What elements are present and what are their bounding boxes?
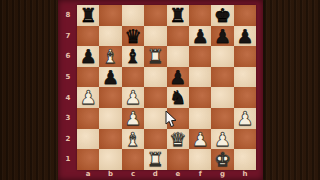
square-e2[interactable]: ♛ bbox=[167, 129, 189, 150]
black-pawn-a6[interactable]: ♟ bbox=[77, 46, 99, 67]
square-c3[interactable]: ♟ bbox=[122, 108, 144, 129]
black-pawn-e5[interactable]: ♟ bbox=[167, 67, 189, 88]
square-d2[interactable] bbox=[144, 129, 166, 150]
app-background: 87654321 ♜♜♚♛♟♟♟♟♝♝♜♟♟♟♟♞♟♟♝♛♟♟♜♚ abcdef… bbox=[0, 0, 320, 180]
rank-labels: 87654321 bbox=[60, 5, 76, 170]
square-b7[interactable] bbox=[99, 26, 121, 47]
square-b5[interactable]: ♟ bbox=[99, 67, 121, 88]
square-c5[interactable] bbox=[122, 67, 144, 88]
square-g8[interactable]: ♚ bbox=[211, 5, 233, 26]
square-d6[interactable]: ♜ bbox=[144, 46, 166, 67]
chess-board[interactable]: ♜♜♚♛♟♟♟♟♝♝♜♟♟♟♟♞♟♟♝♛♟♟♜♚ bbox=[77, 5, 256, 170]
square-c1[interactable] bbox=[122, 149, 144, 170]
file-label-d: d bbox=[144, 169, 166, 179]
white-queen-e2[interactable]: ♛ bbox=[167, 129, 189, 150]
black-pawn-g7[interactable]: ♟ bbox=[211, 26, 233, 47]
square-h3[interactable]: ♟ bbox=[234, 108, 256, 129]
square-g1[interactable]: ♚ bbox=[211, 149, 233, 170]
square-h6[interactable] bbox=[234, 46, 256, 67]
file-labels: abcdefgh bbox=[77, 169, 256, 179]
square-g4[interactable] bbox=[211, 87, 233, 108]
white-bishop-c2[interactable]: ♝ bbox=[122, 129, 144, 150]
square-a7[interactable] bbox=[77, 26, 99, 47]
rank-label-1: 1 bbox=[60, 149, 76, 170]
square-a3[interactable] bbox=[77, 108, 99, 129]
black-pawn-b5[interactable]: ♟ bbox=[99, 67, 121, 88]
square-e7[interactable] bbox=[167, 26, 189, 47]
square-b1[interactable] bbox=[99, 149, 121, 170]
square-c6[interactable]: ♝ bbox=[122, 46, 144, 67]
white-pawn-g2[interactable]: ♟ bbox=[211, 129, 233, 150]
file-label-a: a bbox=[77, 169, 99, 179]
black-bishop-c6[interactable]: ♝ bbox=[122, 46, 144, 67]
white-king-g1[interactable]: ♚ bbox=[211, 149, 233, 170]
rank-label-6: 6 bbox=[60, 46, 76, 67]
square-e5[interactable]: ♟ bbox=[167, 67, 189, 88]
white-rook-d6[interactable]: ♜ bbox=[144, 46, 166, 67]
white-pawn-h3[interactable]: ♟ bbox=[234, 108, 256, 129]
square-c8[interactable] bbox=[122, 5, 144, 26]
square-g2[interactable]: ♟ bbox=[211, 129, 233, 150]
file-label-g: g bbox=[211, 169, 233, 179]
square-f4[interactable] bbox=[189, 87, 211, 108]
black-king-g8[interactable]: ♚ bbox=[211, 5, 233, 26]
square-d4[interactable] bbox=[144, 87, 166, 108]
square-h1[interactable] bbox=[234, 149, 256, 170]
square-e4[interactable]: ♞ bbox=[167, 87, 189, 108]
square-g6[interactable] bbox=[211, 46, 233, 67]
rank-label-7: 7 bbox=[60, 26, 76, 47]
square-c2[interactable]: ♝ bbox=[122, 129, 144, 150]
square-f5[interactable] bbox=[189, 67, 211, 88]
square-c7[interactable]: ♛ bbox=[122, 26, 144, 47]
square-h8[interactable] bbox=[234, 5, 256, 26]
rank-label-4: 4 bbox=[60, 87, 76, 108]
square-d5[interactable] bbox=[144, 67, 166, 88]
black-rook-e8[interactable]: ♜ bbox=[167, 5, 189, 26]
square-f6[interactable] bbox=[189, 46, 211, 67]
square-h7[interactable]: ♟ bbox=[234, 26, 256, 47]
square-d1[interactable]: ♜ bbox=[144, 149, 166, 170]
square-b3[interactable] bbox=[99, 108, 121, 129]
file-label-c: c bbox=[122, 169, 144, 179]
black-knight-e4[interactable]: ♞ bbox=[167, 87, 189, 108]
white-bishop-b6[interactable]: ♝ bbox=[99, 46, 121, 67]
square-b4[interactable] bbox=[99, 87, 121, 108]
rank-label-2: 2 bbox=[60, 129, 76, 150]
rank-label-5: 5 bbox=[60, 67, 76, 88]
square-a1[interactable] bbox=[77, 149, 99, 170]
file-label-h: h bbox=[234, 169, 256, 179]
square-b6[interactable]: ♝ bbox=[99, 46, 121, 67]
square-a4[interactable]: ♟ bbox=[77, 87, 99, 108]
square-e8[interactable]: ♜ bbox=[167, 5, 189, 26]
black-pawn-f7[interactable]: ♟ bbox=[189, 26, 211, 47]
square-h2[interactable] bbox=[234, 129, 256, 150]
rank-label-3: 3 bbox=[60, 108, 76, 129]
white-pawn-c4[interactable]: ♟ bbox=[122, 87, 144, 108]
square-a6[interactable]: ♟ bbox=[77, 46, 99, 67]
file-label-f: f bbox=[189, 169, 211, 179]
square-c4[interactable]: ♟ bbox=[122, 87, 144, 108]
white-rook-d1[interactable]: ♜ bbox=[144, 149, 166, 170]
square-h4[interactable] bbox=[234, 87, 256, 108]
square-e6[interactable] bbox=[167, 46, 189, 67]
black-pawn-h7[interactable]: ♟ bbox=[234, 26, 256, 47]
file-label-b: b bbox=[99, 169, 121, 179]
square-h5[interactable] bbox=[234, 67, 256, 88]
square-b8[interactable] bbox=[99, 5, 121, 26]
square-f2[interactable]: ♟ bbox=[189, 129, 211, 150]
white-pawn-c3[interactable]: ♟ bbox=[122, 108, 144, 129]
black-queen-c7[interactable]: ♛ bbox=[122, 26, 144, 47]
square-g5[interactable] bbox=[211, 67, 233, 88]
square-d8[interactable] bbox=[144, 5, 166, 26]
square-b2[interactable] bbox=[99, 129, 121, 150]
square-g3[interactable] bbox=[211, 108, 233, 129]
square-d7[interactable] bbox=[144, 26, 166, 47]
file-label-e: e bbox=[167, 169, 189, 179]
rank-label-8: 8 bbox=[60, 5, 76, 26]
square-a2[interactable] bbox=[77, 129, 99, 150]
square-f8[interactable] bbox=[189, 5, 211, 26]
square-a8[interactable]: ♜ bbox=[77, 5, 99, 26]
square-f7[interactable]: ♟ bbox=[189, 26, 211, 47]
square-e1[interactable] bbox=[167, 149, 189, 170]
square-f3[interactable] bbox=[189, 108, 211, 129]
square-e3[interactable] bbox=[167, 108, 189, 129]
square-d3[interactable] bbox=[144, 108, 166, 129]
square-g7[interactable]: ♟ bbox=[211, 26, 233, 47]
square-f1[interactable] bbox=[189, 149, 211, 170]
white-pawn-a4[interactable]: ♟ bbox=[77, 87, 99, 108]
square-a5[interactable] bbox=[77, 67, 99, 88]
white-pawn-f2[interactable]: ♟ bbox=[189, 129, 211, 150]
black-rook-a8[interactable]: ♜ bbox=[77, 5, 99, 26]
